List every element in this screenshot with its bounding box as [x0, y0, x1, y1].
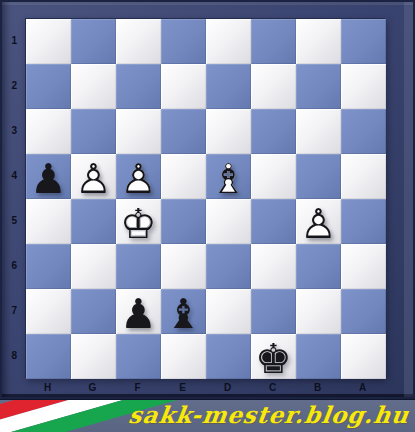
file-label-d: D [205, 382, 250, 397]
square-g5[interactable] [71, 199, 116, 244]
square-h5[interactable] [26, 199, 71, 244]
rank-label-8: 8 [0, 333, 23, 378]
square-h3[interactable] [26, 109, 71, 154]
square-e3[interactable] [161, 109, 206, 154]
square-d3[interactable] [206, 109, 251, 154]
square-a4[interactable] [341, 154, 386, 199]
piece-black-bishop-e7: ♝ [161, 289, 206, 334]
square-f7[interactable]: ♟ [116, 289, 161, 334]
square-a8[interactable] [341, 334, 386, 379]
square-g3[interactable] [71, 109, 116, 154]
chess-puzzle-diagram: 12345678 ♟♟♙♟♙♝♗♚♔♟♙♟♝♚ HGFEDCBA sakk-me… [0, 0, 415, 432]
square-b3[interactable] [296, 109, 341, 154]
square-e5[interactable] [161, 199, 206, 244]
square-b2[interactable] [296, 64, 341, 109]
piece-white-king-f5: ♚♔ [116, 199, 161, 244]
footer-banner: sakk-mester.blog.hu [0, 399, 415, 432]
square-h8[interactable] [26, 334, 71, 379]
square-b6[interactable] [296, 244, 341, 289]
square-c2[interactable] [251, 64, 296, 109]
white-pawn-glyph: ♟ [71, 154, 116, 205]
square-f1[interactable] [116, 19, 161, 64]
square-f3[interactable] [116, 109, 161, 154]
square-g2[interactable] [71, 64, 116, 109]
square-e4[interactable] [161, 154, 206, 199]
piece-black-king-c8: ♚ [251, 334, 296, 379]
square-g8[interactable] [71, 334, 116, 379]
black-king-glyph: ♚ [251, 334, 296, 385]
square-e6[interactable] [161, 244, 206, 289]
square-a2[interactable] [341, 64, 386, 109]
white-king-outline-glyph: ♔ [116, 199, 161, 250]
square-f8[interactable] [116, 334, 161, 379]
square-f6[interactable] [116, 244, 161, 289]
piece-black-pawn-f7: ♟ [116, 289, 161, 334]
square-b8[interactable] [296, 334, 341, 379]
square-c1[interactable] [251, 19, 296, 64]
rank-label-1: 1 [0, 18, 23, 63]
file-label-e: E [160, 382, 205, 397]
piece-white-pawn-f4: ♟♙ [116, 154, 161, 199]
watermark-blog-url[interactable]: sakk-mester.blog.hu [127, 401, 411, 428]
white-pawn-outline-glyph: ♙ [296, 199, 341, 250]
white-pawn-outline-glyph: ♙ [116, 154, 161, 205]
square-a5[interactable] [341, 199, 386, 244]
square-g4[interactable]: ♟♙ [71, 154, 116, 199]
white-bishop-outline-glyph: ♗ [206, 154, 251, 205]
square-f5[interactable]: ♚♔ [116, 199, 161, 244]
square-d1[interactable] [206, 19, 251, 64]
square-c3[interactable] [251, 109, 296, 154]
square-d6[interactable] [206, 244, 251, 289]
square-d2[interactable] [206, 64, 251, 109]
square-d4[interactable]: ♝♗ [206, 154, 251, 199]
square-h1[interactable] [26, 19, 71, 64]
black-pawn-glyph: ♟ [26, 154, 71, 205]
square-c6[interactable] [251, 244, 296, 289]
rank-label-5: 5 [0, 198, 23, 243]
square-e8[interactable] [161, 334, 206, 379]
rank-label-7: 7 [0, 288, 23, 333]
file-label-b: B [295, 382, 340, 397]
square-g6[interactable] [71, 244, 116, 289]
file-label-g: G [70, 382, 115, 397]
square-e2[interactable] [161, 64, 206, 109]
square-d5[interactable] [206, 199, 251, 244]
square-h4[interactable]: ♟ [26, 154, 71, 199]
square-h6[interactable] [26, 244, 71, 289]
white-pawn-glyph: ♟ [296, 199, 341, 250]
rank-label-4: 4 [0, 153, 23, 198]
square-b4[interactable] [296, 154, 341, 199]
square-c8[interactable]: ♚ [251, 334, 296, 379]
square-e1[interactable] [161, 19, 206, 64]
piece-white-pawn-g4: ♟♙ [71, 154, 116, 199]
square-d8[interactable] [206, 334, 251, 379]
black-pawn-glyph: ♟ [116, 289, 161, 340]
white-pawn-glyph: ♟ [116, 154, 161, 205]
rank-label-2: 2 [0, 63, 23, 108]
file-label-a: A [340, 382, 385, 397]
square-b5[interactable]: ♟♙ [296, 199, 341, 244]
rank-label-3: 3 [0, 108, 23, 153]
white-pawn-outline-glyph: ♙ [71, 154, 116, 205]
file-label-c: C [250, 382, 295, 397]
square-f2[interactable] [116, 64, 161, 109]
square-e7[interactable]: ♝ [161, 289, 206, 334]
square-g7[interactable] [71, 289, 116, 334]
file-label-h: H [25, 382, 70, 397]
square-a7[interactable] [341, 289, 386, 334]
square-f4[interactable]: ♟♙ [116, 154, 161, 199]
square-a3[interactable] [341, 109, 386, 154]
square-c4[interactable] [251, 154, 296, 199]
square-a1[interactable] [341, 19, 386, 64]
square-h2[interactable] [26, 64, 71, 109]
piece-black-pawn-h4: ♟ [26, 154, 71, 199]
white-bishop-glyph: ♝ [206, 154, 251, 205]
square-a6[interactable] [341, 244, 386, 289]
piece-white-pawn-b5: ♟♙ [296, 199, 341, 244]
square-b7[interactable] [296, 289, 341, 334]
square-d7[interactable] [206, 289, 251, 334]
square-c5[interactable] [251, 199, 296, 244]
file-label-f: F [115, 382, 160, 397]
square-h7[interactable] [26, 289, 71, 334]
square-b1[interactable] [296, 19, 341, 64]
white-king-glyph: ♚ [116, 199, 161, 250]
square-g1[interactable] [71, 19, 116, 64]
square-c7[interactable] [251, 289, 296, 334]
rank-label-6: 6 [0, 243, 23, 288]
rank-labels: 12345678 [0, 18, 23, 378]
file-labels: HGFEDCBA [25, 382, 385, 397]
chess-board: ♟♟♙♟♙♝♗♚♔♟♙♟♝♚ [25, 18, 385, 378]
black-bishop-glyph: ♝ [161, 289, 206, 340]
piece-white-bishop-d4: ♝♗ [206, 154, 251, 199]
